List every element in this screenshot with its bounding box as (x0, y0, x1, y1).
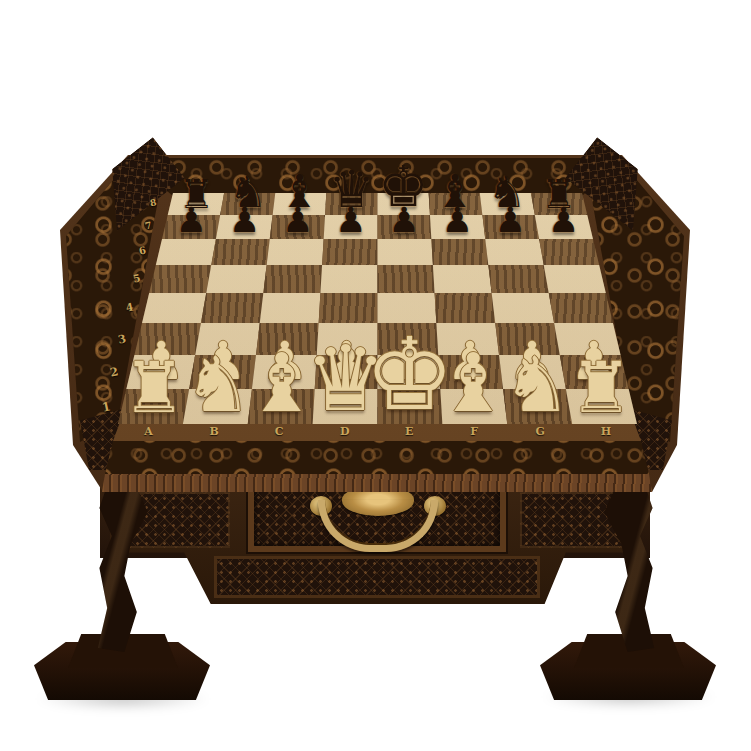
piece-white-knight-b1[interactable]: ♞ (184, 347, 253, 423)
piece-black-pawn-a7[interactable]: ♟ (176, 203, 207, 238)
piece-black-pawn-c7[interactable]: ♟ (282, 203, 313, 238)
piece-white-bishop-f1[interactable]: ♝ (437, 343, 510, 424)
piece-black-pawn-e7[interactable]: ♟ (388, 203, 419, 238)
piece-white-rook-a1[interactable]: ♜ (123, 353, 186, 423)
piece-black-pawn-f7[interactable]: ♟ (442, 203, 473, 238)
chess-table-photo: 12345678ABCDEFGH ♜♞♝♛♚♝♞♜♟♟♟♟♟♟♟♟♟♟♟♟♟♟♟… (0, 0, 751, 751)
piece-black-pawn-h7[interactable]: ♟ (548, 203, 579, 238)
piece-white-knight-g1[interactable]: ♞ (503, 347, 572, 423)
piece-black-pawn-b7[interactable]: ♟ (229, 203, 260, 238)
piece-white-rook-h1[interactable]: ♜ (569, 353, 632, 423)
piece-black-pawn-g7[interactable]: ♟ (495, 203, 526, 238)
piece-black-pawn-d7[interactable]: ♟ (335, 203, 366, 238)
